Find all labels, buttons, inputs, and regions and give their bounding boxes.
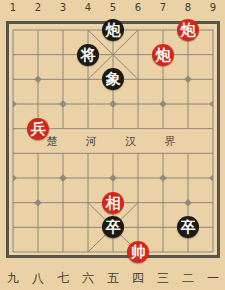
piece-black-pawn[interactable]: 卒	[102, 216, 124, 238]
piece-black-pawn[interactable]: 卒	[177, 216, 199, 238]
piece-red-general[interactable]: 帅	[127, 241, 149, 263]
piece-red-cannon[interactable]: 炮	[152, 44, 174, 66]
piece-red-minister[interactable]: 相	[102, 192, 124, 214]
file-label-bottom: 五	[101, 271, 126, 285]
file-label-bottom: 八	[26, 271, 51, 285]
file-label-bottom: 一	[201, 271, 225, 285]
pieces-layer: 炮炮将炮象兵相卒卒帅	[1, 18, 225, 265]
piece-black-elephant[interactable]: 象	[102, 68, 124, 90]
file-label-bottom: 二	[176, 271, 201, 285]
piece-black-general[interactable]: 将	[77, 44, 99, 66]
file-labels-bottom: 九八七六五四三二一	[1, 271, 225, 285]
file-label-bottom: 三	[151, 271, 176, 285]
file-label-bottom: 九	[1, 271, 26, 285]
xiangqi-diagram: 123456789	[0, 0, 224, 290]
piece-black-cannon[interactable]: 炮	[102, 19, 124, 41]
piece-red-cannon[interactable]: 炮	[177, 19, 199, 41]
file-label-bottom: 六	[76, 271, 101, 285]
file-label-bottom: 四	[126, 271, 151, 285]
file-label-bottom: 七	[51, 271, 76, 285]
piece-red-soldier[interactable]: 兵	[27, 118, 49, 140]
